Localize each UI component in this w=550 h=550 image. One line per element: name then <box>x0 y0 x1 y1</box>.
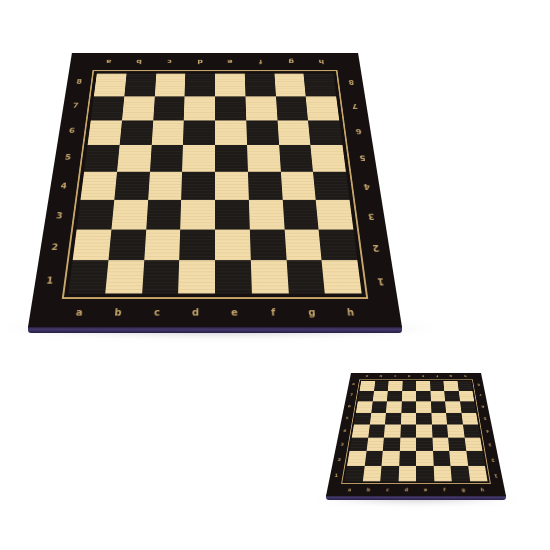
square-c6 <box>386 401 401 412</box>
square-a8 <box>94 74 126 97</box>
square-b7 <box>122 96 155 120</box>
square-d2 <box>399 451 416 466</box>
coordinate-cell: 2 <box>359 232 392 265</box>
square-h7 <box>306 96 339 120</box>
coordinate-label: g <box>461 488 465 493</box>
square-c7 <box>387 391 402 402</box>
coordinate-cell: 8 <box>337 70 364 93</box>
coordinate-label: 2 <box>51 244 59 252</box>
square-g4 <box>447 425 464 438</box>
coordinate-label: c <box>386 488 389 493</box>
coordinate-label: g <box>450 375 453 378</box>
playing-area-frame <box>341 379 491 484</box>
square-b2 <box>108 229 146 260</box>
coordinates-bottom: abcdefgh <box>58 299 372 327</box>
coordinate-label: f <box>443 488 445 493</box>
coordinate-label: 3 <box>488 443 492 447</box>
coordinate-label: 6 <box>68 128 75 135</box>
coordinate-label: 2 <box>491 458 495 462</box>
square-c2 <box>382 451 400 466</box>
square-h7 <box>458 391 474 402</box>
coordinate-cell: 3 <box>355 201 387 232</box>
squares-grid <box>68 74 361 294</box>
coordinates-bottom: abcdefgh <box>339 484 493 496</box>
square-f2 <box>433 451 451 466</box>
square-f2 <box>250 229 287 260</box>
coordinate-cell: 6 <box>57 118 86 144</box>
square-g5 <box>446 413 463 425</box>
square-f1 <box>251 260 289 293</box>
square-b1 <box>105 260 144 293</box>
square-d7 <box>401 391 416 402</box>
square-c3 <box>146 200 182 230</box>
square-h1 <box>468 466 488 482</box>
square-e2 <box>215 229 251 260</box>
coordinate-label: h <box>464 375 467 378</box>
square-e8 <box>416 381 430 391</box>
coordinates-top: abcdefgh <box>93 53 338 70</box>
coordinate-label: 5 <box>359 154 366 161</box>
square-b4 <box>368 425 385 438</box>
squares-grid <box>344 381 487 481</box>
square-b6 <box>119 120 152 145</box>
coordinate-label: 3 <box>367 212 374 220</box>
square-c8 <box>154 74 185 97</box>
coordinate-label: 8 <box>348 79 354 85</box>
coordinate-label: c <box>167 59 172 65</box>
square-e8 <box>215 74 245 97</box>
square-f4 <box>432 425 449 438</box>
square-b8 <box>374 381 389 391</box>
coordinate-label: 8 <box>477 383 480 386</box>
coordinate-cell: b <box>97 299 138 327</box>
square-e3 <box>215 200 250 230</box>
square-c5 <box>385 413 401 425</box>
square-d3 <box>399 437 416 451</box>
coordinate-label: c <box>154 308 160 317</box>
square-h4 <box>463 425 481 438</box>
coordinate-cell: e <box>215 53 246 70</box>
square-b2 <box>364 451 382 466</box>
square-h5 <box>311 145 346 171</box>
square-g3 <box>448 437 466 451</box>
coordinate-label: e <box>227 59 232 65</box>
coordinate-cell: a <box>339 484 360 496</box>
square-d8 <box>402 381 416 391</box>
coordinate-label: g <box>288 59 294 65</box>
square-d5 <box>400 413 416 425</box>
coordinate-label: h <box>318 59 324 65</box>
coordinate-label: 1 <box>376 277 384 286</box>
square-g8 <box>443 381 458 391</box>
coordinate-label: d <box>408 375 411 378</box>
square-f8 <box>430 381 445 391</box>
square-h1 <box>322 260 362 293</box>
square-a4 <box>352 425 370 438</box>
coordinate-cell: f <box>245 53 276 70</box>
coordinate-label: 3 <box>340 443 344 447</box>
coordinate-label: 6 <box>348 405 351 408</box>
coordinate-label: 7 <box>72 103 79 109</box>
coordinate-cell: d <box>397 484 416 496</box>
square-g7 <box>444 391 459 402</box>
coordinate-label: a <box>106 59 112 65</box>
coordinate-label: 7 <box>479 394 482 397</box>
square-h2 <box>319 229 358 260</box>
coordinate-cell: f <box>435 484 455 496</box>
square-g6 <box>277 120 310 145</box>
square-d2 <box>179 229 215 260</box>
coordinate-cell: 1 <box>364 264 398 299</box>
coordinate-label: f <box>271 308 276 317</box>
square-g8 <box>274 74 306 97</box>
coordinate-label: 4 <box>363 182 370 189</box>
coordinate-label: f <box>436 375 438 378</box>
coordinate-label: 4 <box>60 182 67 189</box>
coordinate-cell: h <box>305 53 337 70</box>
square-d6 <box>401 401 416 412</box>
square-f1 <box>433 466 452 482</box>
square-a5 <box>84 145 119 171</box>
coordinate-label: 4 <box>343 429 347 432</box>
square-d1 <box>178 260 215 293</box>
square-b8 <box>124 74 156 97</box>
coordinate-cell: 6 <box>344 118 373 144</box>
coordinate-label: 5 <box>345 417 348 420</box>
square-h5 <box>461 413 478 425</box>
square-f3 <box>249 200 285 230</box>
square-b3 <box>366 437 384 451</box>
coordinate-label: b <box>136 59 142 65</box>
coordinate-label: b <box>367 488 371 493</box>
square-h3 <box>464 437 482 451</box>
square-e6 <box>215 120 247 145</box>
coordinate-label: 1 <box>334 473 338 477</box>
coordinate-label: 5 <box>64 154 71 161</box>
coordinate-cell: f <box>253 299 293 327</box>
square-f6 <box>431 401 446 412</box>
square-a2 <box>347 451 366 466</box>
square-c1 <box>142 260 180 293</box>
square-d8 <box>185 74 215 97</box>
square-f5 <box>247 145 281 171</box>
square-g5 <box>279 145 313 171</box>
square-b3 <box>111 200 147 230</box>
square-g3 <box>282 200 318 230</box>
coordinate-label: e <box>422 375 425 378</box>
coordinate-label: 8 <box>352 383 355 386</box>
square-a7 <box>358 391 374 402</box>
square-d6 <box>183 120 215 145</box>
coordinate-label: a <box>348 488 352 493</box>
square-a4 <box>80 172 116 200</box>
square-a1 <box>68 260 108 293</box>
square-a3 <box>350 437 368 451</box>
square-h2 <box>466 451 485 466</box>
square-g1 <box>286 260 325 293</box>
coordinate-label: 6 <box>355 128 362 135</box>
coordinate-cell: 5 <box>53 144 83 171</box>
square-e7 <box>215 96 246 120</box>
square-e4 <box>215 172 249 200</box>
coordinate-label: 5 <box>483 417 486 420</box>
square-f3 <box>432 437 449 451</box>
coordinate-cell: b <box>358 484 378 496</box>
coordinate-label: g <box>308 308 316 317</box>
square-h6 <box>460 401 476 412</box>
square-b4 <box>114 172 149 200</box>
square-g2 <box>284 229 322 260</box>
square-h6 <box>308 120 342 145</box>
square-g4 <box>280 172 315 200</box>
square-e5 <box>215 145 248 171</box>
square-a8 <box>360 381 375 391</box>
coordinate-label: 3 <box>56 212 63 220</box>
coordinate-cell: e <box>416 484 435 496</box>
coordinate-label: e <box>424 488 427 493</box>
coordinate-label: b <box>379 375 382 378</box>
chessboard-large: abcdefghabcdefgh8765432187654321 <box>28 0 402 327</box>
square-c7 <box>153 96 185 120</box>
coordinate-cell: 8 <box>65 70 92 93</box>
square-c5 <box>150 145 184 171</box>
coordinate-cell: e <box>215 299 254 327</box>
coordinate-label: b <box>114 308 122 317</box>
coordinate-cell: 4 <box>351 172 382 201</box>
coordinate-cell: a <box>58 299 100 327</box>
square-a6 <box>88 120 122 145</box>
coordinate-cell: c <box>154 53 185 70</box>
coordinate-label: c <box>394 375 396 378</box>
coordinate-label: h <box>480 488 484 493</box>
square-e3 <box>416 437 433 451</box>
coordinate-cell: g <box>275 53 307 70</box>
coordinate-label: e <box>231 308 238 317</box>
square-a7 <box>91 96 124 120</box>
square-b7 <box>372 391 387 402</box>
square-b5 <box>369 413 386 425</box>
coordinate-label: 8 <box>76 79 82 85</box>
coordinate-label: 4 <box>485 429 489 432</box>
square-a3 <box>77 200 114 230</box>
coordinate-label: 6 <box>481 405 484 408</box>
square-b6 <box>371 401 387 412</box>
square-g2 <box>449 451 467 466</box>
square-f7 <box>245 96 277 120</box>
coordinate-cell: d <box>184 53 215 70</box>
square-c6 <box>151 120 184 145</box>
coordinate-cell: 5 <box>347 144 377 171</box>
square-c8 <box>388 381 403 391</box>
coordinate-cell: c <box>378 484 398 496</box>
coordinate-label: 7 <box>350 394 353 397</box>
square-e6 <box>416 401 431 412</box>
coordinate-label: d <box>405 488 409 493</box>
coordinate-cell: 2 <box>38 232 71 265</box>
square-a2 <box>73 229 112 260</box>
square-e4 <box>416 425 432 438</box>
coordinate-cell: 3 <box>43 201 75 232</box>
coordinate-cell: h <box>472 484 493 496</box>
square-f4 <box>248 172 283 200</box>
coordinate-label: d <box>192 308 199 317</box>
square-e2 <box>416 451 433 466</box>
playing-area-frame <box>62 70 368 299</box>
square-h8 <box>457 381 472 391</box>
square-f6 <box>246 120 279 145</box>
coordinate-cell: 7 <box>61 94 89 119</box>
square-f7 <box>430 391 445 402</box>
square-e5 <box>416 413 432 425</box>
coordinate-cell: a <box>93 53 125 70</box>
square-g1 <box>450 466 469 482</box>
coordinate-cell: 4 <box>48 172 79 201</box>
square-g6 <box>445 401 461 412</box>
coordinate-cell: 8 <box>473 379 485 389</box>
coordinate-cell: b <box>123 53 155 70</box>
square-c4 <box>148 172 183 200</box>
square-a5 <box>354 413 371 425</box>
square-g7 <box>276 96 309 120</box>
coordinate-cell: d <box>176 299 215 327</box>
square-c3 <box>383 437 400 451</box>
coordinate-label: d <box>197 59 203 65</box>
square-f5 <box>431 413 447 425</box>
square-b5 <box>117 145 151 171</box>
coordinate-label: 2 <box>371 244 379 252</box>
coordinate-label: a <box>365 375 368 378</box>
square-b1 <box>362 466 381 482</box>
square-d4 <box>400 425 416 438</box>
square-e1 <box>416 466 434 482</box>
coordinate-label: a <box>75 308 83 317</box>
square-h4 <box>313 172 349 200</box>
chessboard-large-surface: abcdefghabcdefgh8765432187654321 <box>28 53 402 327</box>
square-d7 <box>184 96 215 120</box>
coordinate-cell: c <box>137 299 177 327</box>
square-f8 <box>245 74 276 97</box>
square-c4 <box>384 425 401 438</box>
square-a6 <box>356 401 372 412</box>
square-e1 <box>215 260 252 293</box>
chessboard-thumbnail[interactable]: abcdefghabcdefgh8765432187654321 <box>326 316 506 496</box>
square-c2 <box>144 229 181 260</box>
coordinate-label: 7 <box>351 103 358 109</box>
square-a1 <box>344 466 364 482</box>
coordinate-label: 1 <box>46 277 54 286</box>
coordinate-label: 2 <box>337 458 341 462</box>
coordinate-cell: 7 <box>341 94 369 119</box>
square-h8 <box>304 74 336 97</box>
square-d3 <box>180 200 215 230</box>
square-d4 <box>181 172 215 200</box>
coordinate-label: 1 <box>494 473 498 477</box>
square-e7 <box>416 391 431 402</box>
square-d5 <box>182 145 215 171</box>
square-c1 <box>380 466 399 482</box>
coordinate-label: f <box>259 59 263 65</box>
square-h3 <box>316 200 353 230</box>
coordinate-cell: g <box>453 484 473 496</box>
square-d1 <box>398 466 416 482</box>
coordinate-cell: 7 <box>475 390 487 401</box>
chessboard-thumbnail-surface: abcdefghabcdefgh8765432187654321 <box>326 373 506 496</box>
